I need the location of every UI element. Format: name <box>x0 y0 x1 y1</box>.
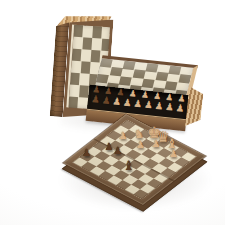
stored-piece: ♟ <box>133 99 143 110</box>
stored-piece: ♟ <box>122 97 132 108</box>
stored-piece: ♟ <box>143 100 153 111</box>
stored-piece: ♟ <box>165 102 175 113</box>
stored-piece: ♟ <box>91 94 101 105</box>
open-storage-box: ♟♟♟♟♟♟♟♟ ♟♟♟♟♟♟♟♟♟ <box>86 56 204 132</box>
stored-piece: ♟ <box>112 96 122 107</box>
stored-piece: ♟ <box>154 101 164 112</box>
stored-piece: ♟ <box>175 103 185 114</box>
product-photo: ♟♟♟♟♟♟♟♟ ♟♟♟♟♟♟♟♟♟ ♚♛♝♞♟♟♟♟♟♟♝♟ <box>0 0 225 225</box>
stored-piece: ♟ <box>101 95 111 106</box>
